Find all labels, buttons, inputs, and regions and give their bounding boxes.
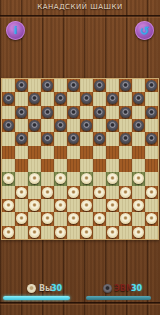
board-square[interactable] [54, 92, 67, 105]
light-piece[interactable] [107, 173, 118, 184]
dark-piece[interactable] [55, 120, 66, 131]
light-piece[interactable] [29, 173, 40, 184]
wood-seam-bottom [0, 302, 160, 305]
board-square[interactable] [93, 212, 106, 225]
light-piece[interactable] [3, 173, 14, 184]
board-square[interactable] [15, 212, 28, 225]
board-square[interactable] [119, 79, 132, 92]
board-square[interactable] [67, 186, 80, 199]
board-square[interactable] [67, 212, 80, 225]
page-title: КАНАДСКИЙ ШАШКИ [0, 3, 160, 11]
board-square [119, 146, 132, 159]
board-square [28, 159, 41, 172]
board-square[interactable] [67, 79, 80, 92]
board-square[interactable] [106, 172, 119, 185]
board-square[interactable] [106, 199, 119, 212]
light-piece[interactable] [16, 213, 27, 224]
board-square [106, 159, 119, 172]
board-square [41, 199, 54, 212]
board-square [54, 132, 67, 145]
board-square[interactable] [2, 226, 15, 239]
board-square [54, 106, 67, 119]
board-square[interactable] [145, 132, 158, 145]
board-square[interactable] [106, 92, 119, 105]
board-square [145, 119, 158, 132]
board-square[interactable] [28, 199, 41, 212]
board-square[interactable] [41, 106, 54, 119]
board-square[interactable] [80, 172, 93, 185]
board-square[interactable] [41, 159, 54, 172]
dark-piece[interactable] [81, 93, 92, 104]
board-square [93, 119, 106, 132]
board-square[interactable] [67, 132, 80, 145]
board-square [93, 226, 106, 239]
light-piece[interactable] [107, 227, 118, 238]
dark-piece[interactable] [94, 107, 105, 118]
board-square [15, 92, 28, 105]
dark-piece[interactable] [146, 80, 157, 91]
dark-piece[interactable] [29, 93, 40, 104]
light-piece[interactable] [16, 187, 27, 198]
board-square[interactable] [132, 92, 145, 105]
board-square[interactable] [15, 106, 28, 119]
dark-piece[interactable] [42, 133, 53, 144]
board-square [106, 186, 119, 199]
board-square [15, 226, 28, 239]
board-square[interactable] [28, 172, 41, 185]
dark-piece[interactable] [120, 133, 131, 144]
board-square [67, 172, 80, 185]
dark-piece[interactable] [16, 80, 27, 91]
board-square[interactable] [80, 92, 93, 105]
dark-piece[interactable] [29, 120, 40, 131]
board-square[interactable] [132, 172, 145, 185]
board-square [80, 212, 93, 225]
board-square[interactable] [2, 172, 15, 185]
board-square[interactable] [41, 79, 54, 92]
light-piece[interactable] [133, 227, 144, 238]
board-square[interactable] [41, 132, 54, 145]
board-square[interactable] [132, 146, 145, 159]
board-square [2, 106, 15, 119]
board-square [67, 119, 80, 132]
board-square [119, 172, 132, 185]
board-square [28, 186, 41, 199]
board-square[interactable] [54, 226, 67, 239]
board-square [15, 172, 28, 185]
board-square[interactable] [80, 119, 93, 132]
board-square[interactable] [28, 146, 41, 159]
app-screen: КАНАДСКИЙ ШАШКИ i ↺ Вы 30 ЭВМ 30 [0, 0, 160, 315]
dark-piece[interactable] [94, 133, 105, 144]
board-square[interactable] [145, 159, 158, 172]
player-you-piece-icon [27, 284, 36, 293]
dark-piece[interactable] [16, 133, 27, 144]
dark-piece[interactable] [94, 80, 105, 91]
light-piece[interactable] [68, 213, 79, 224]
board-square [2, 212, 15, 225]
light-piece[interactable] [120, 213, 131, 224]
board-square [119, 226, 132, 239]
board-square[interactable] [93, 79, 106, 92]
dark-piece[interactable] [146, 133, 157, 144]
board-square[interactable] [2, 119, 15, 132]
board-square [80, 106, 93, 119]
board-square [54, 186, 67, 199]
board-square [132, 79, 145, 92]
player-cpu-count: 30 [131, 284, 142, 293]
board-square [2, 79, 15, 92]
light-piece[interactable] [29, 227, 40, 238]
dark-piece[interactable] [42, 107, 53, 118]
light-piece[interactable] [3, 200, 14, 211]
light-piece[interactable] [42, 187, 53, 198]
board-square [106, 132, 119, 145]
wood-seam-top [0, 15, 160, 18]
board-square[interactable] [54, 199, 67, 212]
board-square[interactable] [54, 146, 67, 159]
board-square[interactable] [119, 106, 132, 119]
light-piece[interactable] [29, 200, 40, 211]
board-square [41, 92, 54, 105]
light-piece[interactable] [94, 213, 105, 224]
light-piece[interactable] [146, 187, 157, 198]
light-piece[interactable] [133, 200, 144, 211]
board-square[interactable] [15, 186, 28, 199]
board-square [41, 226, 54, 239]
board-square [54, 212, 67, 225]
board-square [80, 159, 93, 172]
dark-piece[interactable] [68, 133, 79, 144]
board-square[interactable] [119, 132, 132, 145]
board-square [119, 92, 132, 105]
light-piece[interactable] [68, 187, 79, 198]
board-square[interactable] [145, 79, 158, 92]
board-square [119, 119, 132, 132]
dark-piece[interactable] [107, 93, 118, 104]
board-square[interactable] [145, 106, 158, 119]
board-square [132, 212, 145, 225]
board-square [54, 159, 67, 172]
dark-piece[interactable] [120, 80, 131, 91]
board-square[interactable] [80, 199, 93, 212]
light-piece[interactable] [55, 227, 66, 238]
board-square [145, 199, 158, 212]
board-square [67, 146, 80, 159]
light-piece[interactable] [42, 213, 53, 224]
board-square[interactable] [119, 186, 132, 199]
player-cpu-piece-icon [103, 284, 112, 293]
board-square[interactable] [54, 119, 67, 132]
dark-piece[interactable] [133, 120, 144, 131]
board-square[interactable] [2, 92, 15, 105]
board-square[interactable] [132, 199, 145, 212]
board-square[interactable] [132, 226, 145, 239]
board[interactable] [1, 78, 159, 240]
board-square [132, 159, 145, 172]
dark-piece[interactable] [42, 80, 53, 91]
dark-piece[interactable] [68, 80, 79, 91]
light-piece[interactable] [81, 227, 92, 238]
board-square [41, 146, 54, 159]
board-square [67, 92, 80, 105]
dark-piece[interactable] [68, 107, 79, 118]
info-icon: i [14, 25, 18, 36]
board-square [28, 132, 41, 145]
board-square[interactable] [93, 106, 106, 119]
board-square[interactable] [54, 172, 67, 185]
undo-icon: ↺ [139, 25, 149, 37]
board-square[interactable] [106, 226, 119, 239]
board-square [93, 199, 106, 212]
dark-piece[interactable] [107, 120, 118, 131]
board-square [54, 79, 67, 92]
board-square [93, 172, 106, 185]
board-square[interactable] [15, 79, 28, 92]
board-square [28, 79, 41, 92]
board-square [2, 159, 15, 172]
info-button[interactable]: i [6, 21, 25, 40]
dark-piece[interactable] [16, 107, 27, 118]
board-square [132, 106, 145, 119]
board-square [145, 226, 158, 239]
light-piece[interactable] [94, 187, 105, 198]
board-square[interactable] [93, 186, 106, 199]
dark-piece[interactable] [146, 107, 157, 118]
board-square[interactable] [67, 159, 80, 172]
board-square [41, 119, 54, 132]
scoreboard: Вы 30 ЭВМ 30 [0, 281, 160, 315]
board-square [15, 146, 28, 159]
light-piece[interactable] [120, 187, 131, 198]
dark-piece[interactable] [81, 120, 92, 131]
light-piece[interactable] [146, 213, 157, 224]
dark-piece[interactable] [55, 93, 66, 104]
board-square[interactable] [93, 132, 106, 145]
light-piece[interactable] [55, 200, 66, 211]
board-square[interactable] [80, 226, 93, 239]
light-piece[interactable] [81, 173, 92, 184]
board-square [106, 79, 119, 92]
light-piece[interactable] [3, 227, 14, 238]
player-you-turn-bar [3, 296, 70, 300]
dark-piece[interactable] [3, 120, 14, 131]
board-square [145, 172, 158, 185]
board-square[interactable] [41, 212, 54, 225]
board-square [106, 212, 119, 225]
board-square[interactable] [15, 132, 28, 145]
board-square[interactable] [145, 212, 158, 225]
board-square [2, 132, 15, 145]
board-square[interactable] [28, 119, 41, 132]
player-cpu-turn-bar [86, 296, 151, 300]
board-square[interactable] [28, 226, 41, 239]
board-square [28, 106, 41, 119]
board-square [93, 146, 106, 159]
dark-piece[interactable] [120, 107, 131, 118]
board-square[interactable] [80, 146, 93, 159]
board-square [80, 186, 93, 199]
board-square[interactable] [93, 159, 106, 172]
undo-button[interactable]: ↺ [135, 21, 154, 40]
board-square [132, 186, 145, 199]
board-square [132, 132, 145, 145]
board-square[interactable] [2, 146, 15, 159]
board-square[interactable] [15, 159, 28, 172]
board-square[interactable] [132, 119, 145, 132]
light-piece[interactable] [133, 173, 144, 184]
board-square[interactable] [41, 186, 54, 199]
board-square[interactable] [106, 119, 119, 132]
board-square [15, 199, 28, 212]
board-square[interactable] [145, 186, 158, 199]
board-square [2, 186, 15, 199]
light-piece[interactable] [81, 200, 92, 211]
board-square[interactable] [119, 159, 132, 172]
board-square[interactable] [67, 106, 80, 119]
board-square [80, 79, 93, 92]
board-square [15, 119, 28, 132]
light-piece[interactable] [107, 200, 118, 211]
board-square [67, 199, 80, 212]
board-square [41, 172, 54, 185]
player-you-count: 30 [51, 284, 62, 293]
board-square[interactable] [28, 92, 41, 105]
light-piece[interactable] [55, 173, 66, 184]
board-square [80, 132, 93, 145]
board-square [145, 92, 158, 105]
board-square [145, 146, 158, 159]
dark-piece[interactable] [3, 93, 14, 104]
board-square[interactable] [2, 199, 15, 212]
dark-piece[interactable] [133, 93, 144, 104]
board-square[interactable] [119, 212, 132, 225]
board-square [28, 212, 41, 225]
board-square [67, 226, 80, 239]
board-square [106, 106, 119, 119]
board-square[interactable] [106, 146, 119, 159]
board-square [93, 92, 106, 105]
board-square [119, 199, 132, 212]
